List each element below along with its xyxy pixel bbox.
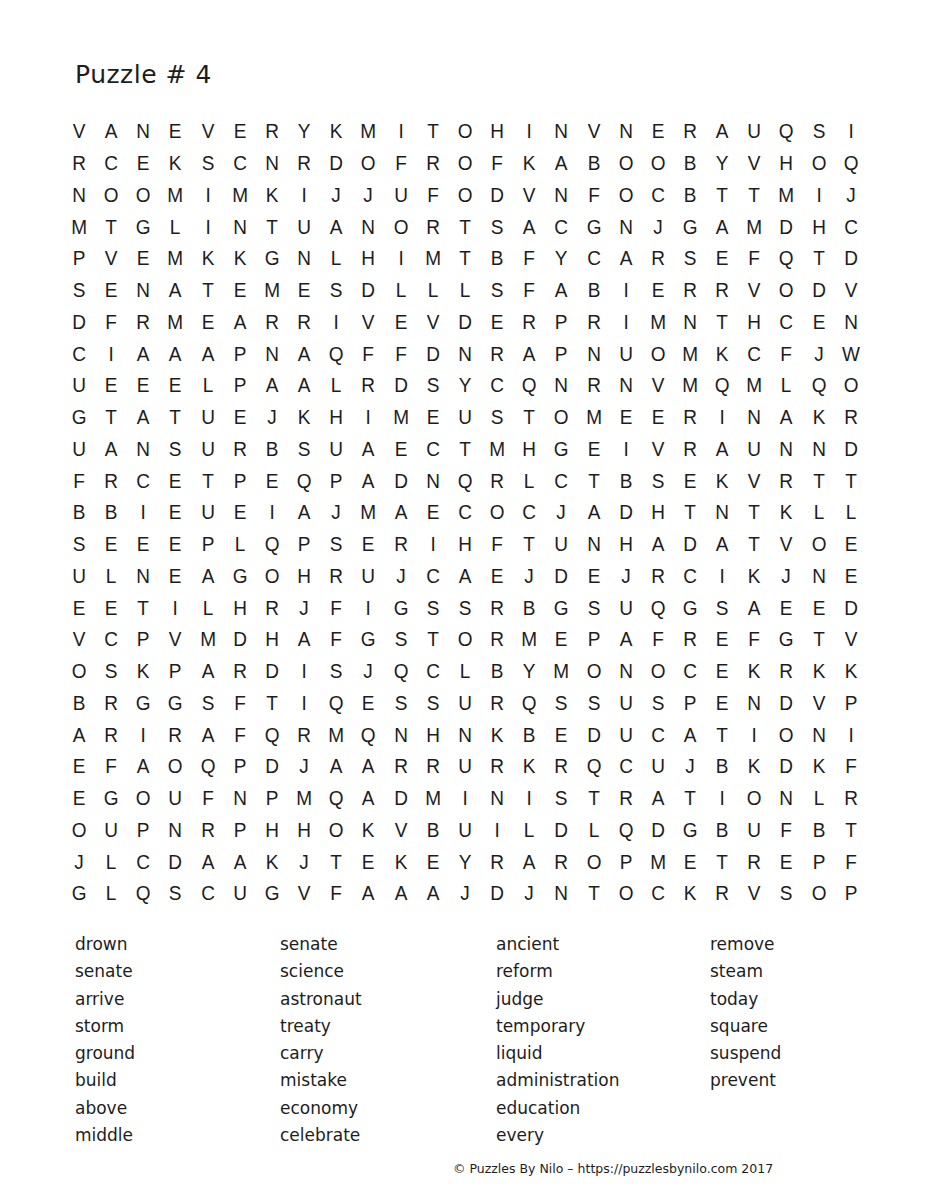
- grid-cell[interactable]: A: [353, 465, 384, 497]
- grid-cell[interactable]: G: [546, 592, 577, 624]
- grid-cell[interactable]: R: [289, 148, 320, 180]
- grid-cell[interactable]: M: [385, 402, 416, 434]
- grid-cell[interactable]: J: [546, 497, 577, 529]
- grid-cell[interactable]: R: [418, 211, 449, 243]
- grid-cell[interactable]: H: [739, 307, 770, 339]
- grid-cell[interactable]: D: [418, 338, 449, 370]
- grid-cell[interactable]: P: [225, 815, 256, 847]
- grid-cell[interactable]: O: [64, 815, 95, 847]
- grid-cell[interactable]: F: [225, 719, 256, 751]
- grid-cell[interactable]: N: [353, 211, 384, 243]
- grid-cell[interactable]: S: [578, 688, 609, 720]
- grid-cell[interactable]: E: [707, 656, 738, 688]
- grid-cell[interactable]: K: [321, 116, 352, 148]
- grid-cell[interactable]: U: [64, 561, 95, 593]
- grid-cell[interactable]: A: [385, 497, 416, 529]
- grid-cell[interactable]: F: [771, 338, 802, 370]
- grid-cell[interactable]: M: [546, 656, 577, 688]
- grid-cell[interactable]: L: [803, 497, 834, 529]
- grid-cell[interactable]: Q: [836, 148, 867, 180]
- grid-cell[interactable]: E: [289, 275, 320, 307]
- grid-cell[interactable]: U: [353, 561, 384, 593]
- grid-cell[interactable]: F: [836, 846, 867, 878]
- grid-cell[interactable]: S: [771, 878, 802, 910]
- grid-cell[interactable]: J: [289, 751, 320, 783]
- grid-cell[interactable]: A: [289, 497, 320, 529]
- grid-cell[interactable]: N: [257, 338, 288, 370]
- grid-cell[interactable]: J: [289, 846, 320, 878]
- grid-cell[interactable]: I: [707, 402, 738, 434]
- grid-cell[interactable]: T: [836, 465, 867, 497]
- grid-cell[interactable]: N: [739, 402, 770, 434]
- grid-cell[interactable]: E: [96, 592, 127, 624]
- grid-cell[interactable]: E: [578, 434, 609, 466]
- grid-cell[interactable]: B: [675, 180, 706, 212]
- grid-cell[interactable]: J: [385, 561, 416, 593]
- grid-cell[interactable]: N: [128, 116, 159, 148]
- grid-cell[interactable]: D: [675, 529, 706, 561]
- grid-cell[interactable]: G: [675, 815, 706, 847]
- grid-cell[interactable]: E: [225, 497, 256, 529]
- grid-cell[interactable]: I: [192, 180, 223, 212]
- grid-cell[interactable]: A: [610, 624, 641, 656]
- grid-cell[interactable]: U: [546, 529, 577, 561]
- grid-cell[interactable]: N: [128, 434, 159, 466]
- grid-cell[interactable]: I: [836, 116, 867, 148]
- grid-cell[interactable]: R: [418, 751, 449, 783]
- grid-cell[interactable]: A: [192, 338, 223, 370]
- grid-cell[interactable]: T: [96, 211, 127, 243]
- grid-cell[interactable]: O: [450, 116, 481, 148]
- grid-cell[interactable]: O: [578, 656, 609, 688]
- grid-cell[interactable]: H: [803, 211, 834, 243]
- grid-cell[interactable]: F: [64, 465, 95, 497]
- grid-cell[interactable]: V: [192, 116, 223, 148]
- grid-cell[interactable]: E: [225, 116, 256, 148]
- grid-cell[interactable]: B: [707, 751, 738, 783]
- grid-cell[interactable]: U: [450, 751, 481, 783]
- grid-cell[interactable]: P: [128, 815, 159, 847]
- grid-cell[interactable]: H: [289, 561, 320, 593]
- grid-cell[interactable]: U: [739, 116, 770, 148]
- grid-cell[interactable]: P: [321, 465, 352, 497]
- grid-cell[interactable]: L: [192, 370, 223, 402]
- grid-cell[interactable]: L: [514, 815, 545, 847]
- grid-cell[interactable]: B: [578, 275, 609, 307]
- grid-cell[interactable]: K: [803, 656, 834, 688]
- grid-cell[interactable]: G: [771, 624, 802, 656]
- grid-cell[interactable]: R: [643, 561, 674, 593]
- grid-cell[interactable]: Q: [385, 656, 416, 688]
- grid-cell[interactable]: Q: [192, 751, 223, 783]
- grid-cell[interactable]: T: [578, 878, 609, 910]
- grid-cell[interactable]: P: [225, 338, 256, 370]
- grid-cell[interactable]: L: [96, 561, 127, 593]
- grid-cell[interactable]: Q: [803, 370, 834, 402]
- grid-cell[interactable]: A: [418, 878, 449, 910]
- grid-cell[interactable]: U: [450, 688, 481, 720]
- grid-cell[interactable]: J: [836, 180, 867, 212]
- grid-cell[interactable]: C: [739, 338, 770, 370]
- grid-cell[interactable]: K: [289, 402, 320, 434]
- grid-cell[interactable]: E: [160, 529, 191, 561]
- grid-cell[interactable]: R: [482, 338, 513, 370]
- grid-cell[interactable]: F: [192, 783, 223, 815]
- grid-cell[interactable]: C: [643, 719, 674, 751]
- grid-cell[interactable]: C: [225, 148, 256, 180]
- grid-cell[interactable]: B: [514, 719, 545, 751]
- grid-cell[interactable]: Y: [707, 148, 738, 180]
- grid-cell[interactable]: S: [192, 148, 223, 180]
- grid-cell[interactable]: T: [257, 211, 288, 243]
- grid-cell[interactable]: I: [707, 783, 738, 815]
- grid-cell[interactable]: C: [514, 497, 545, 529]
- grid-cell[interactable]: U: [450, 815, 481, 847]
- grid-cell[interactable]: G: [578, 211, 609, 243]
- grid-cell[interactable]: G: [225, 561, 256, 593]
- grid-cell[interactable]: A: [160, 275, 191, 307]
- grid-cell[interactable]: U: [192, 497, 223, 529]
- grid-cell[interactable]: J: [514, 878, 545, 910]
- grid-cell[interactable]: R: [675, 434, 706, 466]
- grid-cell[interactable]: U: [321, 434, 352, 466]
- grid-cell[interactable]: I: [289, 688, 320, 720]
- grid-cell[interactable]: K: [385, 846, 416, 878]
- grid-cell[interactable]: E: [160, 370, 191, 402]
- grid-cell[interactable]: M: [192, 624, 223, 656]
- grid-cell[interactable]: G: [675, 592, 706, 624]
- grid-cell[interactable]: V: [578, 116, 609, 148]
- grid-cell[interactable]: V: [836, 624, 867, 656]
- grid-cell[interactable]: O: [450, 148, 481, 180]
- grid-cell[interactable]: S: [96, 656, 127, 688]
- grid-cell[interactable]: A: [353, 783, 384, 815]
- grid-cell[interactable]: P: [803, 846, 834, 878]
- grid-cell[interactable]: F: [739, 624, 770, 656]
- grid-cell[interactable]: Q: [514, 370, 545, 402]
- grid-cell[interactable]: F: [739, 243, 770, 275]
- grid-cell[interactable]: N: [578, 338, 609, 370]
- grid-cell[interactable]: G: [257, 878, 288, 910]
- grid-cell[interactable]: I: [192, 211, 223, 243]
- grid-cell[interactable]: R: [514, 307, 545, 339]
- grid-cell[interactable]: C: [96, 148, 127, 180]
- grid-cell[interactable]: S: [321, 275, 352, 307]
- grid-cell[interactable]: U: [610, 719, 641, 751]
- grid-cell[interactable]: V: [96, 243, 127, 275]
- grid-cell[interactable]: B: [803, 815, 834, 847]
- grid-cell[interactable]: A: [353, 434, 384, 466]
- grid-cell[interactable]: F: [514, 275, 545, 307]
- grid-cell[interactable]: D: [64, 307, 95, 339]
- grid-cell[interactable]: R: [128, 307, 159, 339]
- grid-cell[interactable]: K: [514, 751, 545, 783]
- grid-cell[interactable]: E: [257, 465, 288, 497]
- grid-cell[interactable]: L: [96, 846, 127, 878]
- grid-cell[interactable]: K: [739, 561, 770, 593]
- grid-cell[interactable]: K: [192, 243, 223, 275]
- grid-cell[interactable]: T: [450, 243, 481, 275]
- grid-cell[interactable]: E: [353, 688, 384, 720]
- grid-cell[interactable]: R: [418, 148, 449, 180]
- grid-cell[interactable]: I: [514, 116, 545, 148]
- grid-cell[interactable]: C: [675, 656, 706, 688]
- grid-cell[interactable]: C: [771, 307, 802, 339]
- grid-cell[interactable]: S: [289, 434, 320, 466]
- grid-cell[interactable]: E: [707, 688, 738, 720]
- grid-cell[interactable]: S: [418, 370, 449, 402]
- grid-cell[interactable]: L: [192, 592, 223, 624]
- grid-cell[interactable]: D: [578, 719, 609, 751]
- grid-cell[interactable]: A: [739, 592, 770, 624]
- grid-cell[interactable]: U: [192, 434, 223, 466]
- grid-cell[interactable]: P: [128, 624, 159, 656]
- grid-cell[interactable]: V: [739, 878, 770, 910]
- grid-cell[interactable]: S: [321, 656, 352, 688]
- grid-cell[interactable]: Y: [450, 846, 481, 878]
- grid-cell[interactable]: K: [257, 846, 288, 878]
- grid-cell[interactable]: B: [64, 497, 95, 529]
- grid-cell[interactable]: D: [546, 561, 577, 593]
- grid-cell[interactable]: J: [514, 561, 545, 593]
- grid-cell[interactable]: N: [610, 370, 641, 402]
- grid-cell[interactable]: F: [321, 624, 352, 656]
- grid-cell[interactable]: D: [546, 815, 577, 847]
- grid-cell[interactable]: Q: [257, 719, 288, 751]
- grid-cell[interactable]: N: [546, 116, 577, 148]
- grid-cell[interactable]: A: [578, 497, 609, 529]
- grid-cell[interactable]: E: [353, 846, 384, 878]
- grid-cell[interactable]: T: [739, 180, 770, 212]
- grid-cell[interactable]: W: [836, 338, 867, 370]
- grid-cell[interactable]: O: [771, 719, 802, 751]
- grid-cell[interactable]: L: [514, 465, 545, 497]
- grid-cell[interactable]: N: [546, 878, 577, 910]
- grid-cell[interactable]: N: [385, 719, 416, 751]
- grid-cell[interactable]: A: [192, 561, 223, 593]
- grid-cell[interactable]: I: [803, 180, 834, 212]
- grid-cell[interactable]: E: [707, 243, 738, 275]
- grid-cell[interactable]: T: [578, 465, 609, 497]
- grid-cell[interactable]: A: [160, 338, 191, 370]
- grid-cell[interactable]: R: [257, 307, 288, 339]
- grid-cell[interactable]: E: [128, 370, 159, 402]
- grid-cell[interactable]: O: [803, 148, 834, 180]
- grid-cell[interactable]: Q: [321, 338, 352, 370]
- grid-cell[interactable]: E: [803, 307, 834, 339]
- grid-cell[interactable]: N: [128, 561, 159, 593]
- grid-cell[interactable]: Q: [289, 465, 320, 497]
- grid-cell[interactable]: V: [353, 307, 384, 339]
- grid-cell[interactable]: K: [353, 815, 384, 847]
- grid-cell[interactable]: J: [643, 211, 674, 243]
- grid-cell[interactable]: V: [418, 307, 449, 339]
- grid-cell[interactable]: I: [739, 719, 770, 751]
- grid-cell[interactable]: H: [643, 497, 674, 529]
- grid-cell[interactable]: H: [610, 529, 641, 561]
- grid-cell[interactable]: V: [160, 624, 191, 656]
- grid-cell[interactable]: A: [128, 751, 159, 783]
- grid-cell[interactable]: I: [160, 592, 191, 624]
- grid-cell[interactable]: K: [771, 497, 802, 529]
- grid-cell[interactable]: I: [353, 402, 384, 434]
- grid-cell[interactable]: M: [771, 180, 802, 212]
- grid-cell[interactable]: I: [450, 783, 481, 815]
- grid-cell[interactable]: E: [64, 592, 95, 624]
- grid-cell[interactable]: Q: [707, 370, 738, 402]
- grid-cell[interactable]: L: [450, 656, 481, 688]
- grid-cell[interactable]: R: [578, 307, 609, 339]
- grid-cell[interactable]: R: [289, 307, 320, 339]
- grid-cell[interactable]: Q: [321, 688, 352, 720]
- grid-cell[interactable]: R: [321, 561, 352, 593]
- grid-cell[interactable]: O: [643, 338, 674, 370]
- grid-cell[interactable]: S: [385, 624, 416, 656]
- grid-cell[interactable]: E: [643, 116, 674, 148]
- grid-cell[interactable]: U: [739, 815, 770, 847]
- grid-cell[interactable]: O: [128, 180, 159, 212]
- grid-cell[interactable]: M: [675, 338, 706, 370]
- grid-cell[interactable]: P: [289, 529, 320, 561]
- grid-cell[interactable]: E: [836, 561, 867, 593]
- grid-cell[interactable]: K: [836, 656, 867, 688]
- grid-cell[interactable]: I: [707, 561, 738, 593]
- grid-cell[interactable]: M: [257, 275, 288, 307]
- grid-cell[interactable]: C: [610, 751, 641, 783]
- grid-cell[interactable]: A: [610, 243, 641, 275]
- grid-cell[interactable]: C: [418, 561, 449, 593]
- grid-cell[interactable]: T: [514, 529, 545, 561]
- grid-cell[interactable]: S: [707, 592, 738, 624]
- grid-cell[interactable]: M: [160, 243, 191, 275]
- grid-cell[interactable]: O: [803, 878, 834, 910]
- grid-cell[interactable]: P: [192, 529, 223, 561]
- grid-cell[interactable]: P: [610, 846, 641, 878]
- grid-cell[interactable]: F: [482, 148, 513, 180]
- grid-cell[interactable]: E: [225, 275, 256, 307]
- grid-cell[interactable]: V: [739, 275, 770, 307]
- grid-cell[interactable]: R: [192, 815, 223, 847]
- grid-cell[interactable]: E: [385, 434, 416, 466]
- grid-cell[interactable]: K: [160, 148, 191, 180]
- grid-cell[interactable]: S: [643, 465, 674, 497]
- grid-cell[interactable]: M: [675, 370, 706, 402]
- grid-cell[interactable]: M: [643, 307, 674, 339]
- grid-cell[interactable]: A: [289, 624, 320, 656]
- grid-cell[interactable]: U: [64, 370, 95, 402]
- grid-cell[interactable]: E: [96, 275, 127, 307]
- grid-cell[interactable]: O: [64, 656, 95, 688]
- grid-cell[interactable]: S: [643, 688, 674, 720]
- grid-cell[interactable]: S: [321, 529, 352, 561]
- grid-cell[interactable]: A: [514, 338, 545, 370]
- grid-cell[interactable]: D: [385, 370, 416, 402]
- grid-cell[interactable]: C: [675, 561, 706, 593]
- grid-cell[interactable]: O: [321, 815, 352, 847]
- grid-cell[interactable]: A: [675, 719, 706, 751]
- grid-cell[interactable]: P: [64, 243, 95, 275]
- grid-cell[interactable]: M: [514, 624, 545, 656]
- grid-cell[interactable]: E: [836, 529, 867, 561]
- grid-cell[interactable]: O: [610, 180, 641, 212]
- grid-cell[interactable]: I: [257, 497, 288, 529]
- grid-cell[interactable]: O: [771, 275, 802, 307]
- grid-cell[interactable]: R: [739, 846, 770, 878]
- grid-cell[interactable]: O: [836, 370, 867, 402]
- grid-cell[interactable]: B: [578, 148, 609, 180]
- grid-cell[interactable]: V: [739, 148, 770, 180]
- grid-cell[interactable]: L: [321, 370, 352, 402]
- grid-cell[interactable]: S: [482, 211, 513, 243]
- grid-cell[interactable]: R: [257, 592, 288, 624]
- grid-cell[interactable]: C: [546, 211, 577, 243]
- grid-cell[interactable]: R: [482, 624, 513, 656]
- grid-cell[interactable]: G: [96, 783, 127, 815]
- grid-cell[interactable]: M: [418, 783, 449, 815]
- grid-cell[interactable]: K: [128, 656, 159, 688]
- grid-cell[interactable]: A: [514, 846, 545, 878]
- grid-cell[interactable]: B: [418, 815, 449, 847]
- grid-cell[interactable]: M: [482, 434, 513, 466]
- grid-cell[interactable]: E: [643, 275, 674, 307]
- grid-cell[interactable]: G: [128, 688, 159, 720]
- grid-cell[interactable]: H: [321, 402, 352, 434]
- grid-cell[interactable]: N: [771, 434, 802, 466]
- grid-cell[interactable]: A: [289, 370, 320, 402]
- grid-cell[interactable]: E: [64, 783, 95, 815]
- grid-cell[interactable]: R: [610, 783, 641, 815]
- grid-cell[interactable]: U: [160, 783, 191, 815]
- grid-cell[interactable]: M: [418, 243, 449, 275]
- grid-cell[interactable]: S: [578, 592, 609, 624]
- grid-cell[interactable]: S: [450, 592, 481, 624]
- grid-cell[interactable]: T: [803, 465, 834, 497]
- grid-cell[interactable]: P: [578, 624, 609, 656]
- grid-cell[interactable]: U: [739, 434, 770, 466]
- grid-cell[interactable]: F: [321, 592, 352, 624]
- grid-cell[interactable]: N: [836, 307, 867, 339]
- grid-cell[interactable]: P: [225, 465, 256, 497]
- grid-cell[interactable]: R: [482, 688, 513, 720]
- grid-cell[interactable]: R: [771, 465, 802, 497]
- grid-cell[interactable]: F: [418, 180, 449, 212]
- grid-cell[interactable]: R: [257, 116, 288, 148]
- grid-cell[interactable]: B: [64, 688, 95, 720]
- grid-cell[interactable]: R: [482, 465, 513, 497]
- grid-cell[interactable]: N: [64, 180, 95, 212]
- grid-cell[interactable]: J: [321, 180, 352, 212]
- grid-cell[interactable]: F: [225, 688, 256, 720]
- grid-cell[interactable]: S: [482, 275, 513, 307]
- grid-cell[interactable]: A: [353, 751, 384, 783]
- grid-cell[interactable]: S: [64, 275, 95, 307]
- grid-cell[interactable]: T: [803, 243, 834, 275]
- grid-cell[interactable]: E: [610, 402, 641, 434]
- grid-cell[interactable]: F: [96, 307, 127, 339]
- grid-cell[interactable]: Q: [257, 529, 288, 561]
- grid-cell[interactable]: B: [482, 243, 513, 275]
- grid-cell[interactable]: J: [353, 656, 384, 688]
- grid-cell[interactable]: P: [546, 307, 577, 339]
- grid-cell[interactable]: U: [450, 402, 481, 434]
- grid-cell[interactable]: J: [289, 592, 320, 624]
- grid-cell[interactable]: M: [739, 370, 770, 402]
- grid-cell[interactable]: J: [321, 497, 352, 529]
- grid-cell[interactable]: N: [803, 561, 834, 593]
- grid-cell[interactable]: U: [610, 592, 641, 624]
- grid-cell[interactable]: O: [739, 783, 770, 815]
- grid-cell[interactable]: N: [707, 497, 738, 529]
